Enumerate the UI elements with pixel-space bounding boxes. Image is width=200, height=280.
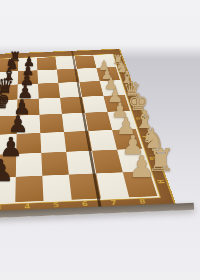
file-label-G: G: [147, 156, 156, 160]
board-square-r3c5: [40, 132, 66, 153]
board-square-r1c5: [42, 174, 72, 201]
board-square-r2c3: [0, 154, 16, 178]
file-label-F: F: [141, 136, 149, 139]
chess-board: 12345678 ABCDEFGH: [0, 49, 177, 218]
board-square-r5c3: [0, 99, 17, 116]
chess-set-photo: 12345678 ABCDEFGH ♜♞♝♛♚♝♞♜♟♟♟♟♟♟♟♟♜♞♝♛♚♝…: [0, 0, 200, 280]
board-square-r3c3: [0, 134, 16, 155]
board-square-r6c3: [0, 84, 18, 100]
file-label-A: A: [115, 59, 122, 61]
board-square-r4c4: [16, 115, 40, 134]
board-square-r5c4: [17, 98, 40, 115]
board-square-r4c3: [0, 116, 17, 135]
board-square-r1c4: [15, 175, 43, 202]
board-square-r7c3: [0, 71, 18, 85]
board-square-r3c4: [16, 133, 41, 154]
board-square-r8c3: [0, 59, 18, 72]
board-square-r8c4: [18, 58, 38, 71]
board-square-r2c4: [16, 153, 43, 177]
board-square-r1c3: [0, 177, 16, 204]
file-label-C: C: [124, 85, 131, 87]
file-label-B: B: [119, 71, 126, 73]
board-square-r2c5: [41, 152, 69, 176]
board-square-r4c5: [39, 114, 64, 133]
board-square-r8c5: [37, 57, 57, 70]
file-label-H: H: [155, 179, 165, 183]
board-square-r7c5: [37, 69, 58, 83]
board-square-r6c5: [38, 83, 60, 99]
board-square-r5c5: [39, 97, 62, 114]
board-square-r7c4: [18, 70, 38, 84]
board-square-r6c4: [17, 84, 38, 100]
file-label-E: E: [134, 117, 142, 120]
file-label-D: D: [129, 100, 137, 103]
